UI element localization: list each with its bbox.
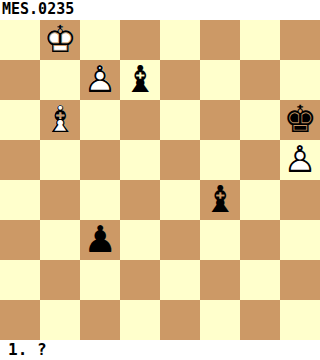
square-h4[interactable] xyxy=(280,180,320,220)
square-h1[interactable] xyxy=(280,300,320,340)
square-c1[interactable] xyxy=(80,300,120,340)
chess-puzzle-screen: MES.0235 ♚♔♟♙♝♝♗♚♟♙♝♟ 1. ? xyxy=(0,0,320,360)
square-h7[interactable] xyxy=(280,60,320,100)
square-a5[interactable] xyxy=(0,140,40,180)
piece-black-king-h6[interactable]: ♚ xyxy=(280,100,320,140)
square-g2[interactable] xyxy=(240,260,280,300)
square-d2[interactable] xyxy=(120,260,160,300)
square-e6[interactable] xyxy=(160,100,200,140)
move-prompt: 1. ? xyxy=(0,340,320,360)
square-b5[interactable] xyxy=(40,140,80,180)
square-c8[interactable] xyxy=(80,20,120,60)
square-a6[interactable] xyxy=(0,100,40,140)
square-f3[interactable] xyxy=(200,220,240,260)
square-b2[interactable] xyxy=(40,260,80,300)
square-a7[interactable] xyxy=(0,60,40,100)
square-d8[interactable] xyxy=(120,20,160,60)
square-e4[interactable] xyxy=(160,180,200,220)
square-g4[interactable] xyxy=(240,180,280,220)
chess-board: ♚♔♟♙♝♝♗♚♟♙♝♟ xyxy=(0,20,320,340)
square-d6[interactable] xyxy=(120,100,160,140)
square-c3[interactable]: ♟ xyxy=(80,220,120,260)
square-d1[interactable] xyxy=(120,300,160,340)
square-b3[interactable] xyxy=(40,220,80,260)
square-c2[interactable] xyxy=(80,260,120,300)
puzzle-title: MES.0235 xyxy=(0,0,320,20)
square-g7[interactable] xyxy=(240,60,280,100)
square-g5[interactable] xyxy=(240,140,280,180)
square-d7[interactable]: ♝ xyxy=(120,60,160,100)
square-f6[interactable] xyxy=(200,100,240,140)
square-e8[interactable] xyxy=(160,20,200,60)
square-e1[interactable] xyxy=(160,300,200,340)
square-a2[interactable] xyxy=(0,260,40,300)
white-bishop-glyph: ♗ xyxy=(40,100,80,140)
square-c5[interactable] xyxy=(80,140,120,180)
piece-white-pawn-c7[interactable]: ♟♙ xyxy=(80,60,120,100)
square-h3[interactable] xyxy=(280,220,320,260)
square-e2[interactable] xyxy=(160,260,200,300)
square-g1[interactable] xyxy=(240,300,280,340)
piece-black-pawn-c3[interactable]: ♟ xyxy=(80,220,120,260)
piece-white-pawn-h5[interactable]: ♟♙ xyxy=(280,140,320,180)
square-b1[interactable] xyxy=(40,300,80,340)
square-b8[interactable]: ♚♔ xyxy=(40,20,80,60)
white-pawn-glyph: ♙ xyxy=(280,140,320,180)
square-a1[interactable] xyxy=(0,300,40,340)
black-bishop-glyph: ♝ xyxy=(120,60,160,100)
piece-black-bishop-d7[interactable]: ♝ xyxy=(120,60,160,100)
square-g3[interactable] xyxy=(240,220,280,260)
square-d5[interactable] xyxy=(120,140,160,180)
square-c4[interactable] xyxy=(80,180,120,220)
square-f2[interactable] xyxy=(200,260,240,300)
square-g8[interactable] xyxy=(240,20,280,60)
piece-black-bishop-f4[interactable]: ♝ xyxy=(200,180,240,220)
piece-white-bishop-b6[interactable]: ♝♗ xyxy=(40,100,80,140)
square-e5[interactable] xyxy=(160,140,200,180)
square-f1[interactable] xyxy=(200,300,240,340)
white-pawn-glyph: ♙ xyxy=(80,60,120,100)
square-c6[interactable] xyxy=(80,100,120,140)
square-a3[interactable] xyxy=(0,220,40,260)
white-king-glyph: ♔ xyxy=(40,20,80,60)
square-f7[interactable] xyxy=(200,60,240,100)
square-f8[interactable] xyxy=(200,20,240,60)
piece-white-king-b8[interactable]: ♚♔ xyxy=(40,20,80,60)
square-h8[interactable] xyxy=(280,20,320,60)
square-h5[interactable]: ♟♙ xyxy=(280,140,320,180)
square-c7[interactable]: ♟♙ xyxy=(80,60,120,100)
black-bishop-glyph: ♝ xyxy=(200,180,240,220)
square-a8[interactable] xyxy=(0,20,40,60)
square-d4[interactable] xyxy=(120,180,160,220)
square-f5[interactable] xyxy=(200,140,240,180)
square-g6[interactable] xyxy=(240,100,280,140)
square-b6[interactable]: ♝♗ xyxy=(40,100,80,140)
square-e7[interactable] xyxy=(160,60,200,100)
square-b7[interactable] xyxy=(40,60,80,100)
black-pawn-glyph: ♟ xyxy=(80,220,120,260)
square-d3[interactable] xyxy=(120,220,160,260)
square-e3[interactable] xyxy=(160,220,200,260)
square-b4[interactable] xyxy=(40,180,80,220)
black-king-glyph: ♚ xyxy=(280,100,320,140)
square-h2[interactable] xyxy=(280,260,320,300)
square-h6[interactable]: ♚ xyxy=(280,100,320,140)
square-f4[interactable]: ♝ xyxy=(200,180,240,220)
square-a4[interactable] xyxy=(0,180,40,220)
